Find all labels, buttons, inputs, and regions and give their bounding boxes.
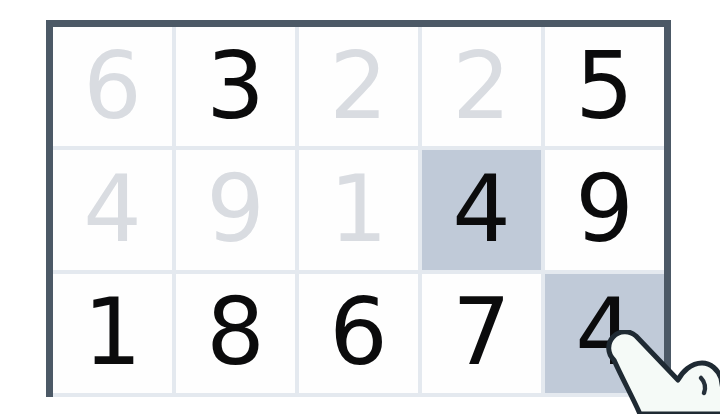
cell-r1c2[interactable]: 3 [176,27,295,146]
puzzle-board: 632254914918674 [46,20,671,397]
cell-r3c3[interactable]: 6 [299,274,418,393]
cell-r3c2[interactable]: 8 [176,274,295,393]
cell-r2c4[interactable]: 4 [422,150,541,269]
cell-r1c4[interactable]: 2 [422,27,541,146]
cell-r1c3[interactable]: 2 [299,27,418,146]
cell-r2c5[interactable]: 9 [545,150,664,269]
number-grid: 632254914918674 [53,27,664,397]
cell-r2c1[interactable]: 4 [53,150,172,269]
cell-r1c5[interactable]: 5 [545,27,664,146]
cell-r3c5[interactable]: 4 [545,274,664,393]
cell-r1c1[interactable]: 6 [53,27,172,146]
cell-r3c1[interactable]: 1 [53,274,172,393]
cell-r2c2[interactable]: 9 [176,150,295,269]
cell-r2c3[interactable]: 1 [299,150,418,269]
cell-r3c4[interactable]: 7 [422,274,541,393]
